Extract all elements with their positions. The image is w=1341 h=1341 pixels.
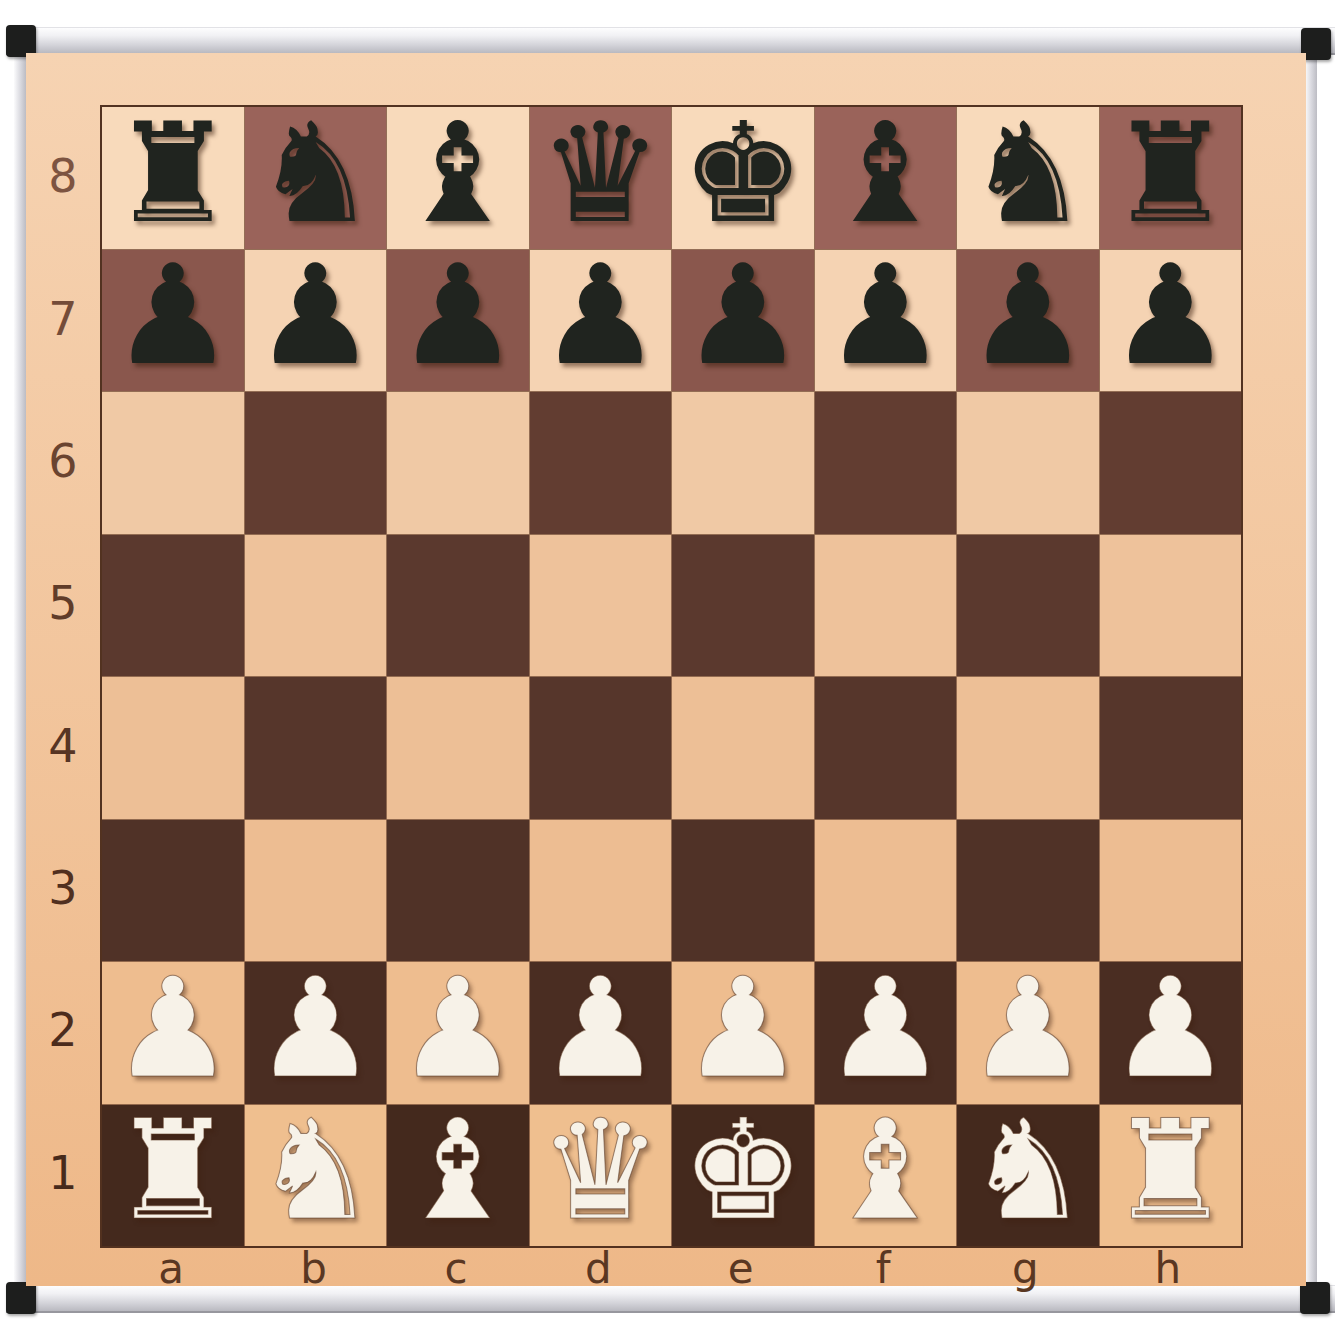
- square-d5[interactable]: [530, 535, 672, 677]
- square-c3[interactable]: [387, 820, 529, 962]
- square-h3[interactable]: [1100, 820, 1242, 962]
- square-g4[interactable]: [957, 677, 1099, 819]
- square-a6[interactable]: [102, 392, 244, 534]
- file-label-g: g: [954, 1244, 1096, 1293]
- rank-label-8: 8: [26, 105, 100, 247]
- square-g6[interactable]: [957, 392, 1099, 534]
- piece-black-king[interactable]: ♚: [681, 105, 805, 243]
- square-f4[interactable]: [815, 677, 957, 819]
- square-e5[interactable]: [672, 535, 814, 677]
- file-label-b: b: [242, 1244, 384, 1293]
- square-c6[interactable]: [387, 392, 529, 534]
- piece-white-rook[interactable]: ♜: [111, 1102, 235, 1240]
- piece-white-pawn[interactable]: ♟: [253, 960, 377, 1098]
- square-h5[interactable]: [1100, 535, 1242, 677]
- piece-white-pawn[interactable]: ♟: [681, 960, 805, 1098]
- square-g7[interactable]: ♟: [957, 250, 1099, 392]
- square-b6[interactable]: [245, 392, 387, 534]
- square-a4[interactable]: [102, 677, 244, 819]
- piece-white-bishop[interactable]: ♝: [396, 1102, 520, 1240]
- rank-label-6: 6: [26, 390, 100, 532]
- square-f1[interactable]: ♝: [815, 1105, 957, 1247]
- rank-labels: 87654321: [26, 105, 100, 1244]
- square-e2[interactable]: ♟: [672, 962, 814, 1104]
- rank-label-2: 2: [26, 959, 100, 1101]
- frame-left-edge: [14, 32, 26, 1312]
- piece-black-pawn[interactable]: ♟: [538, 247, 662, 385]
- square-c1[interactable]: ♝: [387, 1105, 529, 1247]
- square-a2[interactable]: ♟: [102, 962, 244, 1104]
- piece-white-knight[interactable]: ♞: [966, 1102, 1090, 1240]
- square-f8[interactable]: ♝: [815, 107, 957, 249]
- square-g2[interactable]: ♟: [957, 962, 1099, 1104]
- piece-white-pawn[interactable]: ♟: [396, 960, 520, 1098]
- square-d6[interactable]: [530, 392, 672, 534]
- rank-label-7: 7: [26, 247, 100, 389]
- piece-black-bishop[interactable]: ♝: [396, 105, 520, 243]
- chess-board: ♜♞♝♛♚♝♞♜♟♟♟♟♟♟♟♟♟♟♟♟♟♟♟♟♜♞♝♛♚♝♞♜: [100, 105, 1243, 1248]
- square-g1[interactable]: ♞: [957, 1105, 1099, 1247]
- piece-black-rook[interactable]: ♜: [1108, 105, 1232, 243]
- piece-white-rook[interactable]: ♜: [1108, 1102, 1232, 1240]
- square-a8[interactable]: ♜: [102, 107, 244, 249]
- square-d3[interactable]: [530, 820, 672, 962]
- square-c8[interactable]: ♝: [387, 107, 529, 249]
- file-label-e: e: [670, 1244, 812, 1293]
- file-label-d: d: [527, 1244, 669, 1293]
- square-c4[interactable]: [387, 677, 529, 819]
- square-a5[interactable]: [102, 535, 244, 677]
- square-h7[interactable]: ♟: [1100, 250, 1242, 392]
- square-b3[interactable]: [245, 820, 387, 962]
- rank-label-1: 1: [26, 1102, 100, 1244]
- square-h6[interactable]: [1100, 392, 1242, 534]
- square-b2[interactable]: ♟: [245, 962, 387, 1104]
- piece-black-pawn[interactable]: ♟: [823, 247, 947, 385]
- square-e4[interactable]: [672, 677, 814, 819]
- square-f3[interactable]: [815, 820, 957, 962]
- frame-top-rail: [6, 27, 1335, 55]
- piece-black-pawn[interactable]: ♟: [253, 247, 377, 385]
- piece-white-king[interactable]: ♚: [681, 1102, 805, 1240]
- square-h2[interactable]: ♟: [1100, 962, 1242, 1104]
- square-c5[interactable]: [387, 535, 529, 677]
- square-b4[interactable]: [245, 677, 387, 819]
- piece-white-pawn[interactable]: ♟: [823, 960, 947, 1098]
- rank-label-3: 3: [26, 817, 100, 959]
- file-label-c: c: [385, 1244, 527, 1293]
- piece-white-pawn[interactable]: ♟: [538, 960, 662, 1098]
- square-d4[interactable]: [530, 677, 672, 819]
- frame-corner-bottom-right: [1300, 1282, 1330, 1314]
- square-c2[interactable]: ♟: [387, 962, 529, 1104]
- frame-corner-bottom-left: [6, 1282, 36, 1314]
- rank-label-5: 5: [26, 532, 100, 674]
- square-d2[interactable]: ♟: [530, 962, 672, 1104]
- square-g5[interactable]: [957, 535, 1099, 677]
- piece-black-pawn[interactable]: ♟: [966, 247, 1090, 385]
- square-e3[interactable]: [672, 820, 814, 962]
- square-c7[interactable]: ♟: [387, 250, 529, 392]
- square-b8[interactable]: ♞: [245, 107, 387, 249]
- file-label-h: h: [1097, 1244, 1239, 1293]
- piece-black-bishop[interactable]: ♝: [823, 105, 947, 243]
- piece-white-bishop[interactable]: ♝: [823, 1102, 947, 1240]
- piece-white-queen[interactable]: ♛: [538, 1102, 662, 1240]
- square-d1[interactable]: ♛: [530, 1105, 672, 1247]
- piece-black-knight[interactable]: ♞: [966, 105, 1090, 243]
- piece-black-rook[interactable]: ♜: [111, 105, 235, 243]
- file-label-f: f: [812, 1244, 954, 1293]
- square-e8[interactable]: ♚: [672, 107, 814, 249]
- square-f6[interactable]: [815, 392, 957, 534]
- piece-black-pawn[interactable]: ♟: [681, 247, 805, 385]
- square-g3[interactable]: [957, 820, 1099, 962]
- square-e7[interactable]: ♟: [672, 250, 814, 392]
- square-a1[interactable]: ♜: [102, 1105, 244, 1247]
- square-g8[interactable]: ♞: [957, 107, 1099, 249]
- square-e1[interactable]: ♚: [672, 1105, 814, 1247]
- file-label-a: a: [100, 1244, 242, 1293]
- frame-right-edge: [1305, 32, 1317, 1312]
- square-h4[interactable]: [1100, 677, 1242, 819]
- piece-white-knight[interactable]: ♞: [253, 1102, 377, 1240]
- piece-black-knight[interactable]: ♞: [253, 105, 377, 243]
- square-d8[interactable]: ♛: [530, 107, 672, 249]
- square-b7[interactable]: ♟: [245, 250, 387, 392]
- piece-black-queen[interactable]: ♛: [538, 105, 662, 243]
- demonstration-chess-board: 87654321 abcdefgh ♜♞♝♛♚♝♞♜♟♟♟♟♟♟♟♟♟♟♟♟♟♟…: [0, 0, 1341, 1341]
- square-f2[interactable]: ♟: [815, 962, 957, 1104]
- square-f5[interactable]: [815, 535, 957, 677]
- square-b5[interactable]: [245, 535, 387, 677]
- square-h8[interactable]: ♜: [1100, 107, 1242, 249]
- piece-white-pawn[interactable]: ♟: [111, 960, 235, 1098]
- piece-white-pawn[interactable]: ♟: [1108, 960, 1232, 1098]
- piece-white-pawn[interactable]: ♟: [966, 960, 1090, 1098]
- square-a7[interactable]: ♟: [102, 250, 244, 392]
- piece-black-pawn[interactable]: ♟: [1108, 247, 1232, 385]
- piece-black-pawn[interactable]: ♟: [111, 247, 235, 385]
- square-e6[interactable]: [672, 392, 814, 534]
- square-h1[interactable]: ♜: [1100, 1105, 1242, 1247]
- square-b1[interactable]: ♞: [245, 1105, 387, 1247]
- square-a3[interactable]: [102, 820, 244, 962]
- square-f7[interactable]: ♟: [815, 250, 957, 392]
- square-d7[interactable]: ♟: [530, 250, 672, 392]
- piece-black-pawn[interactable]: ♟: [396, 247, 520, 385]
- rank-label-4: 4: [26, 675, 100, 817]
